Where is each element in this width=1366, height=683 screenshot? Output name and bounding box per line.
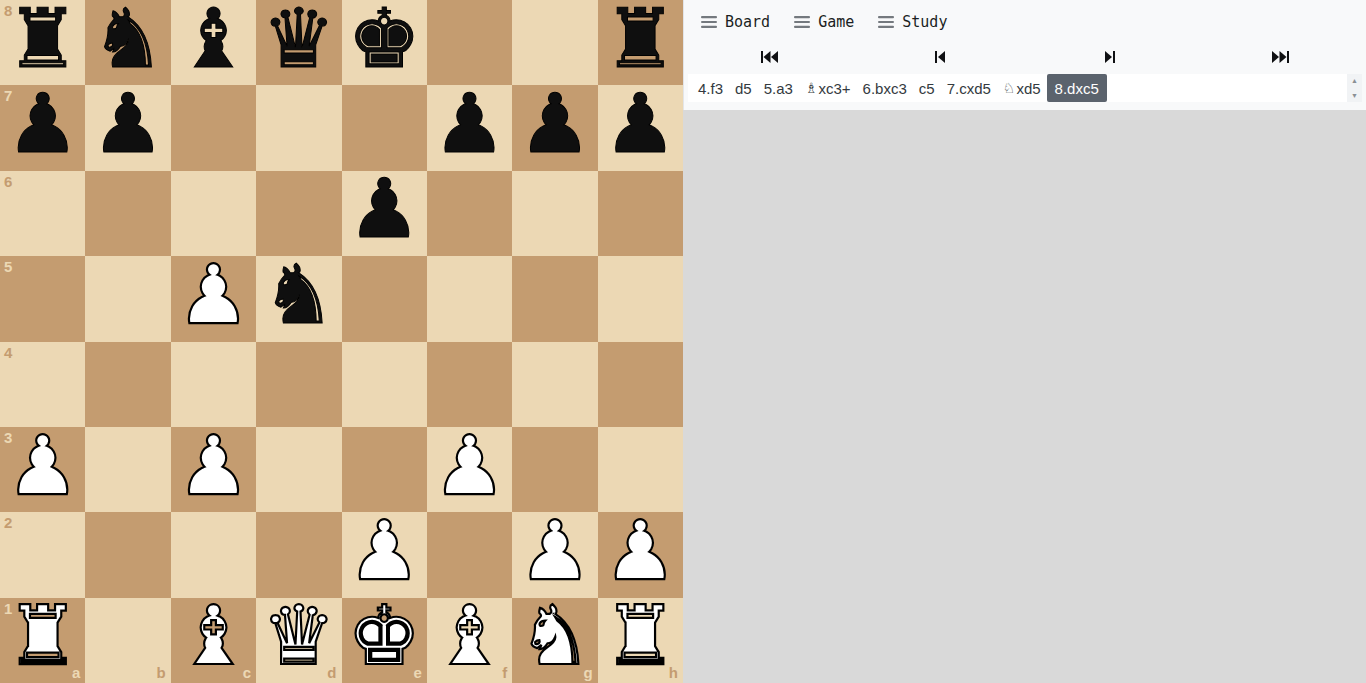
panel-top: Board Game Study	[683, 0, 1366, 110]
square-b2[interactable]	[85, 512, 170, 597]
square-a2[interactable]: 2	[0, 512, 85, 597]
file-label-b: b	[157, 665, 166, 680]
square-c8[interactable]: ♝	[171, 0, 256, 85]
next-move-button[interactable]	[1025, 40, 1196, 74]
square-g3[interactable]	[512, 427, 597, 512]
square-h5[interactable]	[598, 256, 683, 341]
move-list-scrollbar[interactable]: ▲ ▼	[1347, 74, 1362, 102]
knight-piece-icon: ♘	[1003, 80, 1016, 96]
piece-white-queen[interactable]: ♛	[262, 595, 336, 677]
square-h3[interactable]	[598, 427, 683, 512]
piece-white-pawn[interactable]: ♟	[433, 425, 507, 507]
menu-board-label: Board	[725, 13, 770, 31]
square-a7[interactable]: 7♟	[0, 85, 85, 170]
square-g8[interactable]	[512, 0, 597, 85]
move-item[interactable]: d5	[729, 74, 758, 102]
square-g7[interactable]: ♟	[512, 85, 597, 170]
square-g4[interactable]	[512, 342, 597, 427]
square-f7[interactable]: ♟	[427, 85, 512, 170]
move-item-active[interactable]: 8.dxc5	[1047, 74, 1107, 102]
menu-bar: Board Game Study	[684, 0, 1366, 40]
square-h1[interactable]: h♜	[598, 598, 683, 683]
square-e3[interactable]	[342, 427, 427, 512]
piece-white-pawn[interactable]: ♟	[604, 510, 678, 592]
square-d8[interactable]: ♛	[256, 0, 341, 85]
piece-white-pawn[interactable]: ♟	[177, 254, 251, 336]
square-h2[interactable]: ♟	[598, 512, 683, 597]
bishop-piece-icon: ♗	[805, 80, 818, 96]
square-b8[interactable]: ♞	[85, 0, 170, 85]
square-d7[interactable]	[256, 85, 341, 170]
piece-white-knight[interactable]: ♞	[518, 595, 592, 677]
piece-white-pawn[interactable]: ♟	[177, 425, 251, 507]
skip-to-start-icon	[761, 51, 778, 63]
move-item[interactable]: 7.cxd5	[941, 74, 997, 102]
square-f4[interactable]	[427, 342, 512, 427]
square-f6[interactable]	[427, 171, 512, 256]
hamburger-icon	[878, 16, 894, 28]
square-b4[interactable]	[85, 342, 170, 427]
piece-white-pawn[interactable]: ♟	[6, 425, 80, 507]
step-forward-icon	[1105, 51, 1115, 63]
square-a4[interactable]: 4	[0, 342, 85, 427]
piece-black-pawn[interactable]: ♟	[604, 83, 678, 165]
move-list-row: 4.f3d55.a3♗xc3+6.bxc3c57.cxd5♘xd58.dxc5 …	[688, 74, 1362, 102]
square-a1[interactable]: 1a♜	[0, 598, 85, 683]
square-c5[interactable]: ♟	[171, 256, 256, 341]
square-c2[interactable]	[171, 512, 256, 597]
square-b6[interactable]	[85, 171, 170, 256]
menu-board[interactable]: Board	[701, 13, 770, 31]
square-f1[interactable]: f♝	[427, 598, 512, 683]
square-e5[interactable]	[342, 256, 427, 341]
square-a6[interactable]: 6	[0, 171, 85, 256]
rank-label-5: 5	[4, 259, 12, 274]
square-d2[interactable]	[256, 512, 341, 597]
square-f2[interactable]	[427, 512, 512, 597]
piece-black-knight[interactable]: ♞	[262, 254, 336, 336]
square-e1[interactable]: e♚	[342, 598, 427, 683]
square-h8[interactable]: ♜	[598, 0, 683, 85]
square-a8[interactable]: 8♜	[0, 0, 85, 85]
piece-black-rook[interactable]: ♜	[6, 0, 80, 80]
square-c4[interactable]	[171, 342, 256, 427]
square-e6[interactable]: ♟	[342, 171, 427, 256]
square-c3[interactable]: ♟	[171, 427, 256, 512]
square-d1[interactable]: d♛	[256, 598, 341, 683]
square-d5[interactable]: ♞	[256, 256, 341, 341]
square-c7[interactable]	[171, 85, 256, 170]
piece-black-bishop[interactable]: ♝	[177, 0, 251, 80]
piece-white-pawn[interactable]: ♟	[518, 510, 592, 592]
step-back-icon	[935, 51, 945, 63]
move-item[interactable]: ♘xd5	[997, 74, 1047, 102]
piece-white-bishop[interactable]: ♝	[433, 595, 507, 677]
rank-label-4: 4	[4, 345, 12, 360]
square-f8[interactable]	[427, 0, 512, 85]
square-f5[interactable]	[427, 256, 512, 341]
square-b7[interactable]: ♟	[85, 85, 170, 170]
skip-to-end-icon	[1272, 51, 1289, 63]
move-navigation	[684, 40, 1366, 74]
square-a3[interactable]: 3♟	[0, 427, 85, 512]
piece-black-pawn[interactable]: ♟	[518, 83, 592, 165]
square-b5[interactable]	[85, 256, 170, 341]
menu-game-label: Game	[818, 13, 854, 31]
move-item[interactable]: 6.bxc3	[857, 74, 913, 102]
square-b1[interactable]: b	[85, 598, 170, 683]
square-d4[interactable]	[256, 342, 341, 427]
move-item[interactable]: 4.f3	[692, 74, 729, 102]
menu-study-label: Study	[902, 13, 947, 31]
previous-move-button[interactable]	[855, 40, 1026, 74]
empty-analysis-area	[683, 110, 1366, 683]
piece-black-queen[interactable]: ♛	[262, 0, 336, 80]
square-e2[interactable]: ♟	[342, 512, 427, 597]
piece-white-rook[interactable]: ♜	[604, 595, 678, 677]
square-c6[interactable]	[171, 171, 256, 256]
go-to-end-button[interactable]	[1196, 40, 1366, 74]
hamburger-icon	[794, 16, 810, 28]
move-item[interactable]: c5	[913, 74, 941, 102]
right-panel: Board Game Study	[683, 0, 1366, 683]
hamburger-icon	[701, 16, 717, 28]
square-h6[interactable]	[598, 171, 683, 256]
move-list: 4.f3d55.a3♗xc3+6.bxc3c57.cxd5♘xd58.dxc5	[688, 74, 1347, 102]
move-item[interactable]: 5.a3	[758, 74, 799, 102]
square-d3[interactable]	[256, 427, 341, 512]
square-b3[interactable]	[85, 427, 170, 512]
square-e8[interactable]: ♚	[342, 0, 427, 85]
chess-app: 8♜♞♝♛♚♜7♟♟♟♟♟6♟5♟♞43♟♟♟2♟♟♟1a♜bc♝d♛e♚f♝g…	[0, 0, 1366, 683]
square-g2[interactable]: ♟	[512, 512, 597, 597]
piece-black-pawn[interactable]: ♟	[433, 83, 507, 165]
square-e7[interactable]	[342, 85, 427, 170]
square-a5[interactable]: 5	[0, 256, 85, 341]
square-e4[interactable]	[342, 342, 427, 427]
piece-white-rook[interactable]: ♜	[6, 595, 80, 677]
piece-black-rook[interactable]: ♜	[604, 0, 678, 80]
move-item[interactable]: ♗xc3+	[799, 74, 857, 102]
rank-label-6: 6	[4, 174, 12, 189]
square-g6[interactable]	[512, 171, 597, 256]
square-g1[interactable]: g♞	[512, 598, 597, 683]
piece-black-pawn[interactable]: ♟	[6, 83, 80, 165]
go-to-start-button[interactable]	[684, 40, 855, 74]
square-h4[interactable]	[598, 342, 683, 427]
menu-study[interactable]: Study	[878, 13, 947, 31]
menu-game[interactable]: Game	[794, 13, 854, 31]
square-d6[interactable]	[256, 171, 341, 256]
chess-board: 8♜♞♝♛♚♜7♟♟♟♟♟6♟5♟♞43♟♟♟2♟♟♟1a♜bc♝d♛e♚f♝g…	[0, 0, 683, 683]
piece-white-pawn[interactable]: ♟	[347, 510, 421, 592]
square-f3[interactable]: ♟	[427, 427, 512, 512]
square-c1[interactable]: c♝	[171, 598, 256, 683]
piece-black-pawn[interactable]: ♟	[347, 168, 421, 250]
piece-black-king[interactable]: ♚	[347, 0, 421, 80]
piece-black-pawn[interactable]: ♟	[91, 83, 165, 165]
scroll-down-arrow-icon[interactable]: ▼	[1347, 89, 1362, 102]
square-h7[interactable]: ♟	[598, 85, 683, 170]
piece-black-knight[interactable]: ♞	[91, 0, 165, 80]
piece-white-bishop[interactable]: ♝	[177, 595, 251, 677]
piece-white-king[interactable]: ♚	[347, 595, 421, 677]
rank-label-2: 2	[4, 515, 12, 530]
square-g5[interactable]	[512, 256, 597, 341]
scroll-up-arrow-icon[interactable]: ▲	[1347, 74, 1362, 87]
